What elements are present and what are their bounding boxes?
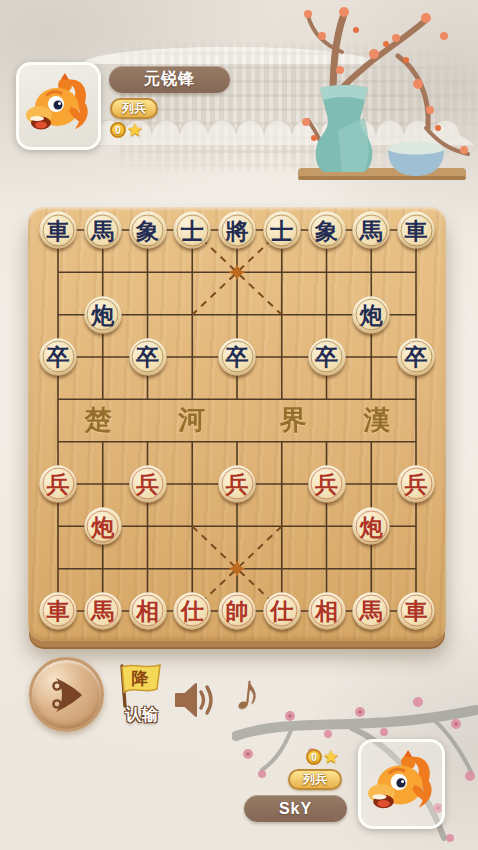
coin-icon: 0: [306, 749, 322, 765]
piece-label: 炮: [91, 303, 114, 326]
piece-label: 兵: [136, 472, 159, 495]
piece-red-炮[interactable]: 炮: [84, 508, 121, 545]
piece-label: 兵: [405, 472, 428, 495]
piece-label: 兵: [226, 472, 249, 495]
piece-label: 馬: [91, 218, 114, 241]
opponent-rank-badge: 列兵: [110, 98, 158, 119]
piece-black-象[interactable]: 象: [308, 212, 345, 249]
piece-label: 相: [136, 599, 159, 622]
piece-label: 卒: [136, 345, 159, 368]
piece-label: 馬: [360, 218, 383, 241]
piece-label: 士: [270, 218, 293, 241]
piece-label: 兵: [315, 472, 338, 495]
piece-red-仕[interactable]: 仕: [263, 592, 300, 629]
opponent-name-pill: 元锐锋: [109, 66, 230, 93]
player-rank-badge: 列兵: [288, 769, 342, 790]
music-toggle-button[interactable]: ♪: [217, 659, 279, 727]
piece-label: 車: [47, 599, 70, 622]
player-name: SkY: [279, 800, 312, 818]
dragon-avatar-icon: [23, 73, 93, 139]
piece-black-馬[interactable]: 馬: [353, 212, 390, 249]
piece-black-卒[interactable]: 卒: [40, 338, 77, 375]
piece-label: 車: [405, 218, 428, 241]
piece-label: 卒: [405, 345, 428, 368]
opponent-rank: 列兵: [122, 100, 146, 117]
piece-label: 象: [315, 218, 338, 241]
piece-black-士[interactable]: 士: [174, 212, 211, 249]
surrender-label: 认输: [112, 705, 172, 726]
surrender-flag-char: 降: [132, 668, 150, 688]
piece-label: 卒: [226, 345, 249, 368]
piece-black-卒[interactable]: 卒: [129, 338, 166, 375]
piece-black-將[interactable]: 將: [219, 212, 256, 249]
piece-red-相[interactable]: 相: [129, 592, 166, 629]
piece-red-兵[interactable]: 兵: [129, 465, 166, 502]
piece-black-車[interactable]: 車: [40, 212, 77, 249]
piece-black-士[interactable]: 士: [263, 212, 300, 249]
dragon-avatar-icon: [365, 750, 437, 818]
piece-label: 卒: [315, 345, 338, 368]
piece-label: 炮: [360, 514, 383, 537]
sound-toggle-button[interactable]: [172, 680, 218, 724]
speaker-icon: [172, 680, 218, 720]
piece-red-帥[interactable]: 帥: [219, 592, 256, 629]
music-note-icon: ♪: [232, 662, 264, 722]
piece-red-兵[interactable]: 兵: [40, 465, 77, 502]
piece-black-炮[interactable]: 炮: [84, 296, 121, 333]
piece-label: 帥: [226, 599, 249, 622]
opponent-avatar[interactable]: [16, 62, 101, 150]
piece-label: 相: [315, 599, 338, 622]
coin-icon: 0: [110, 122, 126, 138]
surrender-button[interactable]: 降 认输: [112, 662, 172, 728]
opponent-name: 元锐锋: [144, 69, 195, 90]
player-stars: 0 ★: [306, 747, 339, 767]
piece-label: 炮: [360, 303, 383, 326]
piece-black-卒[interactable]: 卒: [308, 338, 345, 375]
piece-red-兵[interactable]: 兵: [398, 465, 435, 502]
piece-red-馬[interactable]: 馬: [353, 592, 390, 629]
piece-label: 象: [136, 218, 159, 241]
player-name-pill: SkY: [244, 795, 347, 822]
piece-label: 車: [405, 599, 428, 622]
piece-label: 馬: [91, 599, 114, 622]
xiangqi-board[interactable]: 楚 河 界 漢 車馬象士將士象馬車炮炮卒卒卒卒卒兵兵兵兵兵炮炮車馬相仕帥仕相馬車: [28, 207, 446, 641]
arrow-icon: [44, 672, 90, 718]
player-rank: 列兵: [303, 771, 327, 788]
piece-black-馬[interactable]: 馬: [84, 212, 121, 249]
piece-label: 將: [226, 218, 249, 241]
piece-red-車[interactable]: 車: [398, 592, 435, 629]
piece-label: 卒: [47, 345, 70, 368]
piece-red-仕[interactable]: 仕: [174, 592, 211, 629]
piece-red-炮[interactable]: 炮: [353, 508, 390, 545]
piece-label: 仕: [181, 599, 204, 622]
piece-red-兵[interactable]: 兵: [308, 465, 345, 502]
game-screen: 元锐锋 列兵 0 ★: [0, 0, 478, 850]
piece-black-卒[interactable]: 卒: [398, 338, 435, 375]
surrender-flag-icon: 降: [112, 662, 166, 708]
piece-label: 馬: [360, 599, 383, 622]
piece-label: 仕: [270, 599, 293, 622]
piece-red-相[interactable]: 相: [308, 592, 345, 629]
player-avatar[interactable]: [358, 739, 445, 829]
piece-black-炮[interactable]: 炮: [353, 296, 390, 333]
pieces-layer: 車馬象士將士象馬車炮炮卒卒卒卒卒兵兵兵兵兵炮炮車馬相仕帥仕相馬車: [28, 207, 446, 641]
piece-label: 士: [181, 218, 204, 241]
piece-label: 車: [47, 218, 70, 241]
piece-black-象[interactable]: 象: [129, 212, 166, 249]
piece-label: 兵: [47, 472, 70, 495]
star-icon: ★: [127, 122, 143, 138]
action-arrow-button[interactable]: [29, 657, 104, 732]
piece-red-兵[interactable]: 兵: [219, 465, 256, 502]
vase-plum-decoration: [278, 0, 478, 196]
opponent-stars: 0 ★: [110, 120, 143, 140]
piece-red-車[interactable]: 車: [40, 592, 77, 629]
piece-label: 炮: [91, 514, 114, 537]
piece-red-馬[interactable]: 馬: [84, 592, 121, 629]
star-icon: ★: [323, 749, 339, 765]
piece-black-車[interactable]: 車: [398, 212, 435, 249]
piece-black-卒[interactable]: 卒: [219, 338, 256, 375]
